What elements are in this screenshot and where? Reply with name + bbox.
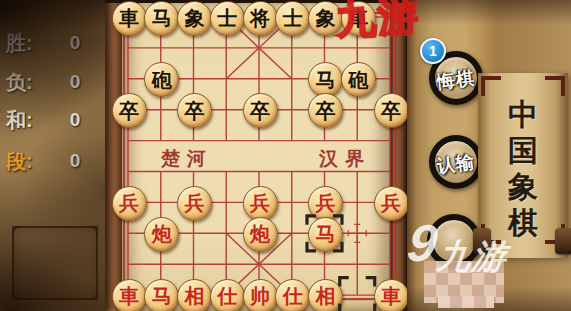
black-piece-马[interactable]: 马 bbox=[144, 1, 179, 36]
board-frame-right bbox=[390, 0, 407, 311]
stat-value: 0 bbox=[62, 109, 88, 131]
black-piece-象[interactable]: 象 bbox=[308, 1, 343, 36]
black-piece-士[interactable]: 士 bbox=[275, 1, 310, 36]
stat-row-和: 和:0 bbox=[6, 107, 102, 133]
stat-row-段: 段:0 bbox=[6, 148, 102, 174]
red-piece-仕[interactable]: 仕 bbox=[275, 279, 310, 311]
stat-value: 0 bbox=[62, 32, 88, 54]
red-piece-兵[interactable]: 兵 bbox=[112, 186, 147, 221]
river-label-left: 楚河 bbox=[161, 146, 213, 172]
red-piece-炮[interactable]: 炮 bbox=[144, 217, 179, 252]
stats-sidebar: 胜:0负:0和:0段:0 bbox=[0, 0, 108, 311]
black-piece-砲[interactable]: 砲 bbox=[341, 62, 376, 97]
red-piece-兵[interactable]: 兵 bbox=[374, 186, 409, 221]
red-piece-帅[interactable]: 帅 bbox=[243, 279, 278, 311]
xiangqi-board[interactable]: 楚河 汉界 車马象士将士象車砲马砲卒卒卒卒卒兵兵兵兵兵炮炮马車马相仕帅仕相車 bbox=[105, 0, 407, 311]
stat-label: 胜: bbox=[6, 30, 33, 57]
stat-row-胜: 胜:0 bbox=[6, 30, 102, 56]
black-piece-卒[interactable]: 卒 bbox=[112, 93, 147, 128]
red-piece-兵[interactable]: 兵 bbox=[308, 186, 343, 221]
red-piece-相[interactable]: 相 bbox=[177, 279, 212, 311]
river-label-right: 汉界 bbox=[319, 146, 371, 172]
black-piece-象[interactable]: 象 bbox=[177, 1, 212, 36]
banner-title-char: 棋 bbox=[508, 205, 538, 241]
banner-corner-ornament bbox=[545, 76, 565, 96]
black-piece-卒[interactable]: 卒 bbox=[243, 93, 278, 128]
seal-corner-ornament bbox=[87, 226, 98, 237]
black-piece-士[interactable]: 士 bbox=[210, 1, 245, 36]
scroll-roller-right bbox=[555, 228, 571, 254]
stat-label: 负: bbox=[6, 69, 33, 96]
red-piece-兵[interactable]: 兵 bbox=[177, 186, 212, 221]
banner-title-char: 中 bbox=[508, 97, 538, 133]
black-piece-卒[interactable]: 卒 bbox=[177, 93, 212, 128]
undo-button[interactable]: 悔棋 1 bbox=[429, 51, 483, 105]
red-piece-炮[interactable]: 炮 bbox=[243, 217, 278, 252]
banner-title-char: 国 bbox=[508, 133, 538, 169]
title-banner-scroll: 中国象棋 bbox=[478, 73, 568, 258]
undo-count-badge: 1 bbox=[420, 38, 446, 64]
seal-corner-ornament bbox=[87, 289, 98, 300]
stat-value: 0 bbox=[62, 150, 88, 172]
board-frame-left bbox=[105, 0, 122, 311]
game-title-vertical: 中国象棋 bbox=[478, 97, 568, 241]
scroll-roller-left bbox=[473, 228, 491, 254]
stat-label: 和: bbox=[6, 107, 33, 134]
red-piece-相[interactable]: 相 bbox=[308, 279, 343, 311]
stat-row-负: 负:0 bbox=[6, 69, 102, 95]
decorative-seal-frame bbox=[12, 226, 98, 300]
banner-corner-ornament bbox=[481, 76, 501, 96]
red-piece-马[interactable]: 马 bbox=[144, 279, 179, 311]
black-piece-将[interactable]: 将 bbox=[243, 1, 278, 36]
seal-corner-ornament bbox=[12, 289, 23, 300]
resign-button[interactable]: 认输 bbox=[429, 135, 483, 189]
black-piece-卒[interactable]: 卒 bbox=[374, 93, 409, 128]
stat-label: 段: bbox=[6, 148, 33, 175]
seal-corner-ornament bbox=[12, 226, 23, 237]
red-piece-車[interactable]: 車 bbox=[112, 279, 147, 311]
red-piece-仕[interactable]: 仕 bbox=[210, 279, 245, 311]
red-piece-马[interactable]: 马 bbox=[308, 217, 343, 252]
black-piece-車[interactable]: 車 bbox=[112, 1, 147, 36]
red-piece-兵[interactable]: 兵 bbox=[243, 186, 278, 221]
black-piece-卒[interactable]: 卒 bbox=[308, 93, 343, 128]
black-piece-車[interactable]: 車 bbox=[341, 1, 376, 36]
banner-title-char: 象 bbox=[508, 169, 538, 205]
xiangqi-game-screen: 胜:0负:0和:0段:0 楚河 汉界 車马象士将士象車砲马砲卒卒卒卒卒兵兵兵兵兵… bbox=[0, 0, 571, 311]
stat-value: 0 bbox=[62, 71, 88, 93]
red-piece-車[interactable]: 車 bbox=[374, 279, 409, 311]
